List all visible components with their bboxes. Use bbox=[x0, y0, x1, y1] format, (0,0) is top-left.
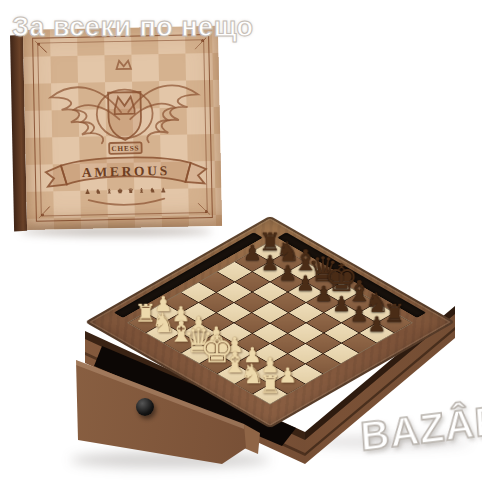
bazar-logo: BAZÂR bbox=[359, 397, 482, 460]
shield-icon bbox=[108, 92, 141, 140]
box-face: CHESS AMEROUS ♟ ♞ ♝ ♚ ♛ ♝ ♞ ♟ bbox=[23, 26, 222, 230]
crest-emblem: CHESS AMEROUS ♟ ♞ ♝ ♚ ♛ ♝ ♞ ♟ bbox=[33, 52, 216, 214]
box-shadow bbox=[20, 227, 212, 236]
drawer-knob bbox=[136, 398, 154, 416]
box-label: CHESS bbox=[111, 145, 139, 154]
mini-pieces-icon: ♟ ♞ ♝ ♚ ♛ ♝ ♞ ♟ bbox=[85, 186, 168, 195]
black-rook: ♜ bbox=[383, 301, 405, 326]
product-photo: CHESS AMEROUS ♟ ♞ ♝ ♚ ♛ ♝ ♞ ♟ ♜♞♝♛♚♝♞♜♟♟… bbox=[0, 0, 482, 480]
black-pawn: ♟ bbox=[296, 274, 315, 295]
top-crown-icon bbox=[116, 61, 131, 69]
black-pawn: ♟ bbox=[314, 284, 333, 305]
black-pawn: ♟ bbox=[332, 294, 351, 315]
brand-name: AMEROUS bbox=[82, 163, 170, 180]
black-pawn: ♟ bbox=[261, 253, 280, 274]
black-pawn: ♟ bbox=[349, 304, 368, 325]
black-pawn: ♟ bbox=[243, 243, 262, 264]
chess-box: CHESS AMEROUS ♟ ♞ ♝ ♚ ♛ ♝ ♞ ♟ bbox=[10, 26, 222, 231]
black-pawn: ♟ bbox=[367, 315, 386, 336]
watermark-text: За всеки по нещо bbox=[12, 12, 254, 43]
square-h1: ♜ bbox=[253, 384, 287, 404]
white-rook: ♜ bbox=[259, 372, 281, 397]
black-pawn: ♟ bbox=[278, 264, 297, 285]
